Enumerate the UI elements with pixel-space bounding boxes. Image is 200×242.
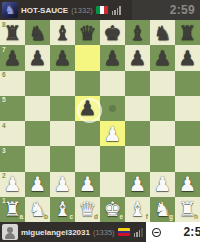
square-f4[interactable] [125,121,150,146]
player-clock: 2:50 [146,222,200,242]
piece-white-pawn[interactable]: ♟ [125,172,150,197]
square-g2[interactable]: ♟ [150,172,175,197]
square-c7[interactable]: ♟ [50,45,75,70]
square-a7[interactable]: ♟7 [0,45,25,70]
square-e1[interactable]: ♚e [100,197,125,222]
square-d3[interactable] [75,146,100,171]
square-c4[interactable] [50,121,75,146]
piece-black-knight[interactable]: ♞ [150,20,175,45]
square-e5[interactable] [100,96,125,121]
file-label: h [194,214,198,221]
file-label: a [19,214,23,221]
chess-game-screen: ♞ HOT-SAUCE (1332) 2:59 ♜8♞♝♛♚♝♞♜♟7♟♟♟♟♟… [0,0,200,242]
square-a4[interactable]: 4 [0,121,25,146]
square-b1[interactable]: ♞b [25,197,50,222]
square-b2[interactable]: ♟ [25,172,50,197]
square-f2[interactable]: ♟ [125,172,150,197]
piece-black-bishop[interactable]: ♝ [125,20,150,45]
opponent-bar: ♞ HOT-SAUCE (1332) 2:59 [0,0,200,20]
default-person-avatar-icon [2,224,18,240]
rank-label: 1 [2,198,6,205]
square-g5[interactable] [150,96,175,121]
rank-label: 8 [2,22,6,29]
square-c3[interactable] [50,146,75,171]
square-b3[interactable] [25,146,50,171]
file-label: c [69,214,73,221]
player-flag-icon [118,228,130,236]
piece-white-pawn[interactable]: ♟ [75,172,100,197]
opponent-rating: (1332) [71,6,93,15]
square-h1[interactable]: ♜h [175,197,200,222]
opponent-clock-time: 2:59 [170,3,195,17]
square-b7[interactable]: ♟ [25,45,50,70]
square-a8[interactable]: ♜8 [0,20,25,45]
square-g4[interactable] [150,121,175,146]
piece-black-rook[interactable]: ♜ [175,20,200,45]
rank-label: 7 [2,47,6,54]
square-g6[interactable] [150,71,175,96]
opponent-name[interactable]: HOT-SAUCE [21,6,68,15]
file-label: d [94,214,98,221]
square-d1[interactable]: ♛d [75,197,100,222]
square-e7[interactable]: ♟ [100,45,125,70]
piece-black-pawn[interactable]: ♟ [100,45,125,70]
piece-black-pawn[interactable]: ♟ [25,45,50,70]
piece-white-pawn[interactable]: ♟ [50,172,75,197]
piece-white-pawn[interactable]: ♟ [25,172,50,197]
rank-label: 6 [2,72,6,79]
square-a6[interactable]: 6 [0,71,25,96]
square-h8[interactable]: ♜ [175,20,200,45]
square-a1[interactable]: ♜1a [0,197,25,222]
player-bar: miguelangel32031 (1335) 2:50 [0,222,200,242]
square-c1[interactable]: ♝c [50,197,75,222]
square-f1[interactable]: ♝f [125,197,150,222]
square-g7[interactable]: ♟ [150,45,175,70]
square-g1[interactable]: ♞g [150,197,175,222]
square-c2[interactable]: ♟ [50,172,75,197]
piece-black-pawn[interactable]: ♟ [50,45,75,70]
chess-board[interactable]: ♜8♞♝♛♚♝♞♜♟7♟♟♟♟♟♟65♟4♟3♟2♟♟♟♟♟♟♜1a♞b♝c♛d… [0,20,200,222]
player-connection-signal-icon [134,228,143,237]
square-d2[interactable]: ♟ [75,172,100,197]
opponent-avatar[interactable]: ♞ [2,2,18,18]
square-b6[interactable] [25,71,50,96]
piece-black-bishop[interactable]: ♝ [50,20,75,45]
square-f8[interactable]: ♝ [125,20,150,45]
file-label: b [44,214,48,221]
square-h2[interactable]: ♟ [175,172,200,197]
square-c6[interactable] [50,71,75,96]
square-e8[interactable]: ♚ [100,20,125,45]
player-name[interactable]: miguelangel32031 [21,228,90,237]
square-g3[interactable] [150,146,175,171]
file-label: f [146,214,148,221]
file-label: g [169,214,173,221]
piece-black-knight[interactable]: ♞ [25,20,50,45]
piece-black-queen[interactable]: ♛ [75,20,100,45]
square-h5[interactable] [175,96,200,121]
legal-move-dot-icon [109,105,116,112]
rank-label: 4 [2,123,6,130]
square-h6[interactable] [175,71,200,96]
file-label: e [119,214,123,221]
player-avatar[interactable] [2,224,18,240]
piece-black-king[interactable]: ♚ [100,20,125,45]
square-h7[interactable]: ♟ [175,45,200,70]
rank-label: 2 [2,173,6,180]
opponent-clock: 2:59 [132,0,200,20]
italy-flag-icon [96,6,108,14]
square-f3[interactable] [125,146,150,171]
blue-knight-avatar-icon: ♞ [5,4,16,16]
piece-white-pawn[interactable]: ♟ [150,172,175,197]
square-c5[interactable] [50,96,75,121]
square-d5[interactable]: ♟ [75,96,100,121]
square-b5[interactable] [25,96,50,121]
rank-label: 5 [2,97,6,104]
piece-black-pawn[interactable]: ♟ [75,96,100,121]
square-a5[interactable]: 5 [0,96,25,121]
square-e2[interactable] [100,172,125,197]
player-clock-time: 2:50 [183,225,200,239]
square-d7[interactable] [75,45,100,70]
square-a3[interactable]: 3 [0,146,25,171]
square-e3[interactable] [100,146,125,171]
square-a2[interactable]: ♟2 [0,172,25,197]
square-d6[interactable] [75,71,100,96]
stopwatch-clock-icon [151,227,162,238]
square-f5[interactable] [125,96,150,121]
square-b8[interactable]: ♞ [25,20,50,45]
square-b4[interactable] [25,121,50,146]
square-f7[interactable]: ♟ [125,45,150,70]
piece-black-pawn[interactable]: ♟ [125,45,150,70]
square-f6[interactable] [125,71,150,96]
square-d8[interactable]: ♛ [75,20,100,45]
square-e4[interactable]: ♟ [100,121,125,146]
square-e6[interactable] [100,71,125,96]
piece-black-pawn[interactable]: ♟ [150,45,175,70]
player-rating: (1335) [93,228,115,237]
square-c8[interactable]: ♝ [50,20,75,45]
piece-white-pawn[interactable]: ♟ [175,172,200,197]
square-g8[interactable]: ♞ [150,20,175,45]
piece-white-pawn[interactable]: ♟ [100,121,125,146]
square-h3[interactable] [175,146,200,171]
square-d4[interactable] [75,121,100,146]
piece-black-pawn[interactable]: ♟ [175,45,200,70]
square-h4[interactable] [175,121,200,146]
rank-label: 3 [2,148,6,155]
opponent-connection-signal-icon [112,6,121,15]
